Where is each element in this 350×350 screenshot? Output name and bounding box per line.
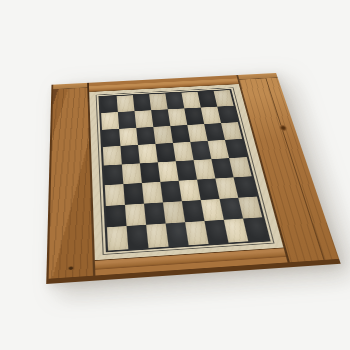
square-a1: [107, 226, 128, 250]
square-h4: [229, 157, 252, 177]
checkerboard: [98, 89, 270, 252]
left-rail-endgrain: [53, 83, 87, 90]
square-b4: [122, 163, 142, 184]
square-b3: [123, 183, 144, 205]
square-h7: [217, 106, 238, 123]
game-board: [50, 7, 306, 319]
square-a2: [106, 204, 127, 227]
square-a5: [103, 146, 122, 165]
square-b1: [127, 225, 149, 249]
square-a8: [100, 96, 118, 113]
square-a4: [104, 164, 124, 185]
square-c5: [138, 144, 158, 163]
square-h8: [214, 90, 234, 106]
square-b8: [117, 95, 135, 112]
left-wood-rail: [49, 83, 96, 279]
wooden-board: [46, 73, 341, 284]
square-a7: [101, 112, 119, 130]
square-h5: [225, 139, 247, 158]
nail-hole: [69, 266, 74, 270]
square-c7: [135, 110, 154, 127]
square-b6: [119, 128, 138, 146]
photo-background: [0, 0, 350, 350]
square-c6: [136, 127, 155, 145]
wood-knot: [278, 124, 288, 131]
square-b5: [120, 145, 139, 164]
square-b7: [118, 111, 136, 129]
square-c8: [133, 94, 151, 111]
square-h3: [234, 176, 257, 197]
square-h2: [238, 196, 262, 218]
square-h1: [243, 217, 268, 241]
square-a3: [105, 184, 125, 206]
square-a6: [102, 129, 120, 148]
square-h6: [221, 122, 242, 140]
square-b2: [125, 203, 146, 226]
right-rail-endgrain: [238, 73, 278, 80]
